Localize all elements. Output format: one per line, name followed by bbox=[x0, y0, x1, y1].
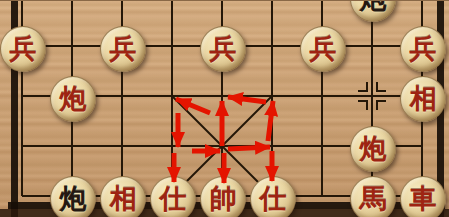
move-arrows-overlay bbox=[0, 1, 449, 217]
xiangqi-board[interactable]: 炮兵兵兵兵兵炮相炮炮相仕帥仕馬車 bbox=[0, 0, 449, 217]
move-arrow-up bbox=[268, 101, 273, 141]
move-arrow-up-left bbox=[176, 99, 210, 113]
move-arrow-right bbox=[228, 147, 270, 149]
move-arrow-left bbox=[228, 97, 266, 102]
